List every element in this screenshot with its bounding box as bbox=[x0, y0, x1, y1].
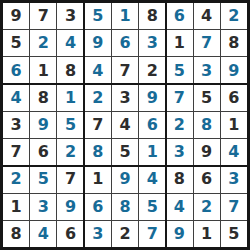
cell-r9c3[interactable]: 6 bbox=[57, 221, 83, 247]
cell-r1c8[interactable]: 4 bbox=[194, 3, 220, 29]
cell-r6c7[interactable]: 3 bbox=[166, 139, 192, 165]
cell-r2c6[interactable]: 3 bbox=[139, 30, 165, 56]
cell-r9c2[interactable]: 4 bbox=[30, 221, 56, 247]
cell-r8c5[interactable]: 8 bbox=[112, 194, 138, 220]
cell-r9c5[interactable]: 2 bbox=[112, 221, 138, 247]
cell-r9c9[interactable]: 5 bbox=[221, 221, 247, 247]
cell-r7c3[interactable]: 7 bbox=[57, 166, 83, 192]
cell-r2c2[interactable]: 2 bbox=[30, 30, 56, 56]
cell-r1c3[interactable]: 3 bbox=[57, 3, 83, 29]
cell-r9c6[interactable]: 7 bbox=[139, 221, 165, 247]
cell-r9c7[interactable]: 9 bbox=[166, 221, 192, 247]
cell-r6c9[interactable]: 4 bbox=[221, 139, 247, 165]
cell-r3c5[interactable]: 7 bbox=[112, 57, 138, 83]
cell-r7c4[interactable]: 1 bbox=[85, 166, 111, 192]
cell-r6c6[interactable]: 1 bbox=[139, 139, 165, 165]
cell-r2c4[interactable]: 9 bbox=[85, 30, 111, 56]
cell-r4c9[interactable]: 6 bbox=[221, 85, 247, 111]
cell-r9c1[interactable]: 8 bbox=[3, 221, 29, 247]
cell-r5c6[interactable]: 6 bbox=[139, 112, 165, 138]
cell-r5c4[interactable]: 7 bbox=[85, 112, 111, 138]
cell-r3c9[interactable]: 9 bbox=[221, 57, 247, 83]
cell-r1c4[interactable]: 5 bbox=[85, 3, 111, 29]
cell-r1c1[interactable]: 9 bbox=[3, 3, 29, 29]
cell-r6c1[interactable]: 7 bbox=[3, 139, 29, 165]
cell-r2c5[interactable]: 6 bbox=[112, 30, 138, 56]
cell-r5c1[interactable]: 3 bbox=[3, 112, 29, 138]
cell-r9c4[interactable]: 3 bbox=[85, 221, 111, 247]
cell-r3c3[interactable]: 8 bbox=[57, 57, 83, 83]
cell-r6c3[interactable]: 2 bbox=[57, 139, 83, 165]
cell-r3c4[interactable]: 4 bbox=[85, 57, 111, 83]
cell-r8c8[interactable]: 2 bbox=[194, 194, 220, 220]
cell-r4c8[interactable]: 5 bbox=[194, 85, 220, 111]
cell-r2c3[interactable]: 4 bbox=[57, 30, 83, 56]
cell-r7c7[interactable]: 8 bbox=[166, 166, 192, 192]
cell-r5c3[interactable]: 5 bbox=[57, 112, 83, 138]
cell-r8c2[interactable]: 3 bbox=[30, 194, 56, 220]
cell-r1c6[interactable]: 8 bbox=[139, 3, 165, 29]
cell-r7c2[interactable]: 5 bbox=[30, 166, 56, 192]
cell-r8c1[interactable]: 1 bbox=[3, 194, 29, 220]
cell-r4c6[interactable]: 9 bbox=[139, 85, 165, 111]
sudoku-board: 9735186425249631786184725394812397563957… bbox=[0, 0, 250, 250]
cell-r3c6[interactable]: 2 bbox=[139, 57, 165, 83]
cell-r5c7[interactable]: 2 bbox=[166, 112, 192, 138]
cell-r3c8[interactable]: 3 bbox=[194, 57, 220, 83]
cell-r1c2[interactable]: 7 bbox=[30, 3, 56, 29]
cell-r4c7[interactable]: 7 bbox=[166, 85, 192, 111]
cell-r7c8[interactable]: 6 bbox=[194, 166, 220, 192]
cell-r2c7[interactable]: 1 bbox=[166, 30, 192, 56]
cell-r8c9[interactable]: 7 bbox=[221, 194, 247, 220]
cell-r6c2[interactable]: 6 bbox=[30, 139, 56, 165]
cell-r8c7[interactable]: 4 bbox=[166, 194, 192, 220]
cell-r1c9[interactable]: 2 bbox=[221, 3, 247, 29]
cell-r1c7[interactable]: 6 bbox=[166, 3, 192, 29]
cell-r5c9[interactable]: 1 bbox=[221, 112, 247, 138]
cell-r2c1[interactable]: 5 bbox=[3, 30, 29, 56]
cell-r2c9[interactable]: 8 bbox=[221, 30, 247, 56]
cell-r8c3[interactable]: 9 bbox=[57, 194, 83, 220]
cell-r6c5[interactable]: 5 bbox=[112, 139, 138, 165]
cell-r4c2[interactable]: 8 bbox=[30, 85, 56, 111]
cell-r8c4[interactable]: 6 bbox=[85, 194, 111, 220]
cell-r8c6[interactable]: 5 bbox=[139, 194, 165, 220]
cell-r9c8[interactable]: 1 bbox=[194, 221, 220, 247]
cell-r3c1[interactable]: 6 bbox=[3, 57, 29, 83]
cell-r4c5[interactable]: 3 bbox=[112, 85, 138, 111]
cell-r2c8[interactable]: 7 bbox=[194, 30, 220, 56]
cell-r4c4[interactable]: 2 bbox=[85, 85, 111, 111]
cell-r1c5[interactable]: 1 bbox=[112, 3, 138, 29]
cell-r3c2[interactable]: 1 bbox=[30, 57, 56, 83]
cell-r7c1[interactable]: 2 bbox=[3, 166, 29, 192]
cell-r7c6[interactable]: 4 bbox=[139, 166, 165, 192]
cell-r5c5[interactable]: 4 bbox=[112, 112, 138, 138]
cell-r5c2[interactable]: 9 bbox=[30, 112, 56, 138]
cell-r6c8[interactable]: 9 bbox=[194, 139, 220, 165]
cell-r6c4[interactable]: 8 bbox=[85, 139, 111, 165]
cell-r7c5[interactable]: 9 bbox=[112, 166, 138, 192]
cell-r4c1[interactable]: 4 bbox=[3, 85, 29, 111]
cell-r4c3[interactable]: 1 bbox=[57, 85, 83, 111]
cell-r7c9[interactable]: 3 bbox=[221, 166, 247, 192]
cell-r5c8[interactable]: 8 bbox=[194, 112, 220, 138]
cell-r3c7[interactable]: 5 bbox=[166, 57, 192, 83]
